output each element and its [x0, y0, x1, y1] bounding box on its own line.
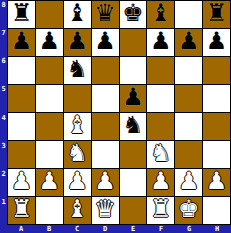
square-c8[interactable]: ♝ [64, 1, 91, 28]
border-corner [0, 225, 7, 233]
square-h4[interactable] [203, 113, 230, 140]
square-a4[interactable] [8, 113, 35, 140]
square-f6[interactable] [147, 57, 174, 84]
rank-label-5: 5 [0, 84, 7, 112]
square-b4[interactable] [36, 113, 63, 140]
piece-white-bishop[interactable]: ♝ [66, 197, 88, 223]
square-a6[interactable] [8, 57, 35, 84]
square-h7[interactable]: ♟ [203, 29, 230, 56]
piece-white-pawn[interactable]: ♟ [11, 169, 33, 195]
piece-black-rook[interactable]: ♜ [206, 1, 228, 27]
piece-black-pawn[interactable]: ♟ [11, 29, 33, 55]
square-g6[interactable] [175, 57, 202, 84]
square-f1[interactable]: ♜ [147, 197, 174, 224]
piece-black-pawn[interactable]: ♟ [122, 85, 144, 111]
square-c5[interactable] [64, 85, 91, 112]
square-c7[interactable]: ♟ [64, 29, 91, 56]
piece-white-pawn[interactable]: ♟ [39, 169, 61, 195]
square-b5[interactable] [36, 85, 63, 112]
square-d4[interactable] [92, 113, 119, 140]
square-e7[interactable] [120, 29, 147, 56]
piece-black-queen[interactable]: ♛ [94, 1, 116, 27]
piece-white-pawn[interactable]: ♟ [178, 169, 200, 195]
piece-black-knight[interactable]: ♞ [122, 113, 144, 139]
square-e2[interactable] [120, 169, 147, 196]
piece-white-king[interactable]: ♚ [178, 197, 200, 223]
square-g2[interactable]: ♟ [175, 169, 202, 196]
file-label-b: B [35, 225, 63, 233]
square-h3[interactable] [203, 141, 230, 168]
piece-white-pawn[interactable]: ♟ [66, 169, 88, 195]
file-labels: ABCDEFGH [7, 225, 231, 233]
file-label-d: D [91, 225, 119, 233]
square-a2[interactable]: ♟ [8, 169, 35, 196]
piece-black-knight[interactable]: ♞ [66, 57, 88, 83]
rank-labels: 87654321 [0, 0, 7, 225]
square-a5[interactable] [8, 85, 35, 112]
square-e3[interactable] [120, 141, 147, 168]
square-a3[interactable] [8, 141, 35, 168]
square-f3[interactable]: ♞ [147, 141, 174, 168]
chess-board[interactable]: ♜♝♛♚♝♜♟♟♟♟♟♟♟♞♟♝♞♞♞♟♟♟♟♟♟♟♜♝♛♜♚ [7, 0, 231, 225]
square-d2[interactable]: ♟ [92, 169, 119, 196]
piece-black-pawn[interactable]: ♟ [39, 29, 61, 55]
piece-white-queen[interactable]: ♛ [94, 197, 116, 223]
square-e5[interactable]: ♟ [120, 85, 147, 112]
square-e4[interactable]: ♞ [120, 113, 147, 140]
piece-black-pawn[interactable]: ♟ [94, 29, 116, 55]
square-g3[interactable] [175, 141, 202, 168]
rank-label-3: 3 [0, 141, 7, 169]
square-e8[interactable]: ♚ [120, 1, 147, 28]
file-label-a: A [7, 225, 35, 233]
piece-white-bishop[interactable]: ♝ [66, 113, 88, 139]
chess-app-window: 87654321 ♜♝♛♚♝♜♟♟♟♟♟♟♟♞♟♝♞♞♞♟♟♟♟♟♟♟♜♝♛♜♚… [0, 0, 231, 233]
square-f5[interactable] [147, 85, 174, 112]
square-b3[interactable] [36, 141, 63, 168]
piece-white-pawn[interactable]: ♟ [206, 169, 228, 195]
square-d6[interactable] [92, 57, 119, 84]
file-label-g: G [175, 225, 203, 233]
file-label-f: F [147, 225, 175, 233]
square-g1[interactable]: ♚ [175, 197, 202, 224]
square-h1[interactable] [203, 197, 230, 224]
piece-black-bishop[interactable]: ♝ [150, 1, 172, 27]
square-c3[interactable]: ♞ [64, 141, 91, 168]
square-b1[interactable] [36, 197, 63, 224]
piece-white-pawn[interactable]: ♟ [150, 169, 172, 195]
square-a7[interactable]: ♟ [8, 29, 35, 56]
square-e6[interactable] [120, 57, 147, 84]
square-d5[interactable] [92, 85, 119, 112]
square-b7[interactable]: ♟ [36, 29, 63, 56]
square-h8[interactable]: ♜ [203, 1, 230, 28]
square-h2[interactable]: ♟ [203, 169, 230, 196]
square-b2[interactable]: ♟ [36, 169, 63, 196]
square-g8[interactable] [175, 1, 202, 28]
file-label-h: H [203, 225, 231, 233]
square-d8[interactable]: ♛ [92, 1, 119, 28]
piece-white-rook[interactable]: ♜ [11, 197, 33, 223]
piece-white-knight[interactable]: ♞ [150, 141, 172, 167]
square-b6[interactable] [36, 57, 63, 84]
file-label-c: C [63, 225, 91, 233]
square-d7[interactable]: ♟ [92, 29, 119, 56]
square-e1[interactable] [120, 197, 147, 224]
square-c2[interactable]: ♟ [64, 169, 91, 196]
square-b8[interactable] [36, 1, 63, 28]
square-h6[interactable] [203, 57, 230, 84]
rank-label-7: 7 [0, 28, 7, 56]
square-g4[interactable] [175, 113, 202, 140]
square-a1[interactable]: ♜ [8, 197, 35, 224]
square-h5[interactable] [203, 85, 230, 112]
square-a8[interactable]: ♜ [8, 1, 35, 28]
rank-label-4: 4 [0, 113, 7, 141]
piece-black-pawn[interactable]: ♟ [150, 29, 172, 55]
piece-white-pawn[interactable]: ♟ [94, 169, 116, 195]
rank-label-2: 2 [0, 169, 7, 197]
piece-white-knight[interactable]: ♞ [66, 141, 88, 167]
square-d1[interactable]: ♛ [92, 197, 119, 224]
square-f2[interactable]: ♟ [147, 169, 174, 196]
square-g7[interactable]: ♟ [175, 29, 202, 56]
piece-black-king[interactable]: ♚ [122, 1, 144, 27]
square-c1[interactable]: ♝ [64, 197, 91, 224]
square-f7[interactable]: ♟ [147, 29, 174, 56]
piece-white-rook[interactable]: ♜ [150, 197, 172, 223]
rank-label-8: 8 [0, 0, 7, 28]
square-f8[interactable]: ♝ [147, 1, 174, 28]
square-g5[interactable] [175, 85, 202, 112]
piece-black-pawn[interactable]: ♟ [206, 29, 228, 55]
square-f4[interactable] [147, 113, 174, 140]
piece-black-pawn[interactable]: ♟ [178, 29, 200, 55]
square-d3[interactable] [92, 141, 119, 168]
rank-label-6: 6 [0, 56, 7, 84]
square-c4[interactable]: ♝ [64, 113, 91, 140]
piece-black-rook[interactable]: ♜ [11, 1, 33, 27]
square-c6[interactable]: ♞ [64, 57, 91, 84]
file-label-e: E [119, 225, 147, 233]
rank-label-1: 1 [0, 197, 7, 225]
piece-black-pawn[interactable]: ♟ [66, 29, 88, 55]
piece-black-bishop[interactable]: ♝ [66, 1, 88, 27]
